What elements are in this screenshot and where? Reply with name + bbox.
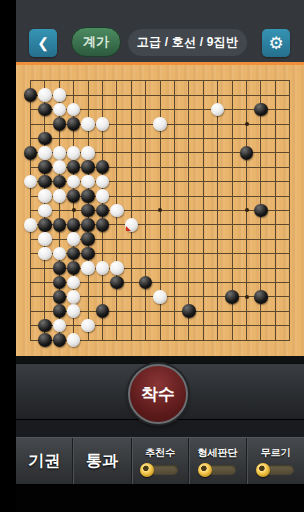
stone-black [67,261,81,275]
stone-black [96,160,110,174]
stone-black [38,333,52,347]
stone-white [81,175,95,189]
stone-black [67,189,81,203]
stone-black [67,247,81,261]
game-info-badge: 고급 / 호선 / 9집반 [128,29,247,56]
stone-black [38,160,52,174]
stone-black [67,160,81,174]
stone-black [53,276,67,290]
stone-white [153,290,167,304]
stone-black [38,103,52,117]
pass-button[interactable]: 통과 [72,438,131,484]
stone-white [81,319,95,333]
star-point [245,122,249,126]
star-point [245,208,249,212]
hint-label: 추천수 [145,446,175,460]
stone-black [53,290,67,304]
settings-button[interactable]: ⚙ [262,29,290,57]
coin-icon [256,463,270,477]
estimate-label: 형세판단 [198,446,238,460]
stone-black [38,175,52,189]
stone-white [67,232,81,246]
stone-white [24,218,38,232]
play-move-button[interactable]: 착수 [128,364,188,424]
stone-white [38,247,52,261]
stone-black [96,204,110,218]
stone-white [96,175,110,189]
pass-label: 통과 [86,451,118,472]
stone-white [38,204,52,218]
stone-black [81,247,95,261]
back-icon: ❮ [37,35,49,51]
stone-white [53,160,67,174]
stone-white [67,333,81,347]
stone-black [24,88,38,102]
stone-white [67,146,81,160]
stone-black [139,276,153,290]
go-board[interactable] [16,62,304,356]
stone-black [53,117,67,131]
counting-button[interactable]: 계가 [71,27,121,57]
stone-black [67,117,81,131]
stone-black [240,146,254,160]
stone-black [53,333,67,347]
stone-white [211,103,225,117]
stone-white [24,175,38,189]
top-bar: ❮ 계가 고급 / 호선 / 9집반 ⚙ [16,0,304,62]
bottom-filler [16,484,304,512]
stone-black [67,218,81,232]
stone-black [81,189,95,203]
undo-label: 무르기 [261,446,291,460]
stone-black [53,218,67,232]
gear-icon: ⚙ [268,33,283,54]
coin-icon [198,463,212,477]
stone-black [110,276,124,290]
stone-white [96,117,110,131]
stone-white [67,103,81,117]
stone-black [254,290,268,304]
stone-black [225,290,239,304]
stone-black [81,160,95,174]
stone-white [67,175,81,189]
board-panel-gap [16,356,304,363]
stone-white [81,146,95,160]
stone-white [38,146,52,160]
stone-white [53,146,67,160]
bottom-toolbar: 기권 통과 추천수 형세판단 무르기 [16,437,304,484]
last-move-marker [126,226,131,231]
app-screen: ❮ 계가 고급 / 호선 / 9집반 ⚙ 상대방 1 사용자 2 착수 기권 통… [16,0,304,512]
stone-white [125,218,139,232]
coin-icon [140,463,154,477]
stone-white [67,290,81,304]
stone-white [53,319,67,333]
stone-white [53,88,67,102]
stone-black [53,261,67,275]
stone-black [24,146,38,160]
stone-black [254,103,268,117]
board-top-edge [16,62,304,65]
stone-black [38,218,52,232]
stone-white [38,88,52,102]
undo-button[interactable]: 무르기 [246,438,304,484]
resign-button[interactable]: 기권 [16,438,72,484]
stone-black [96,218,110,232]
estimate-button[interactable]: 형세판단 [188,438,246,484]
stone-white [81,117,95,131]
hint-button[interactable]: 추천수 [131,438,188,484]
stone-white [67,276,81,290]
stone-white [53,103,67,117]
stone-black [96,304,110,318]
stone-white [53,247,67,261]
resign-label: 기권 [28,451,60,472]
stone-black [53,304,67,318]
star-point [158,208,162,212]
stone-white [67,304,81,318]
stone-black [182,304,196,318]
stone-white [110,204,124,218]
stone-white [38,189,52,203]
stone-white [81,261,95,275]
stone-white [38,232,52,246]
stone-black [38,319,52,333]
stone-black [81,218,95,232]
stone-black [254,204,268,218]
stone-black [81,232,95,246]
stone-white [153,117,167,131]
back-button[interactable]: ❮ [29,29,57,57]
stone-black [38,132,52,146]
star-point [72,208,76,212]
stone-white [110,261,124,275]
stone-white [53,189,67,203]
stone-white [96,189,110,203]
stone-white [96,261,110,275]
star-point [245,295,249,299]
stone-black [53,175,67,189]
stone-black [81,204,95,218]
